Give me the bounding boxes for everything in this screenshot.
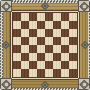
board-square[interactable] [61, 61, 69, 69]
chessboard-photo [0, 0, 90, 90]
board-square[interactable] [21, 69, 29, 77]
board-square[interactable] [61, 13, 69, 21]
board-square[interactable] [29, 21, 37, 29]
board-square[interactable] [61, 29, 69, 37]
board-square[interactable] [29, 45, 37, 53]
board-square[interactable] [45, 69, 53, 77]
board-square[interactable] [29, 61, 37, 69]
board-square[interactable] [21, 45, 29, 53]
board-square[interactable] [37, 61, 45, 69]
board-square[interactable] [13, 45, 21, 53]
edge-diamond-ornament-icon [41, 81, 49, 89]
board-square[interactable] [45, 45, 53, 53]
board-square[interactable] [37, 21, 45, 29]
board-square[interactable] [69, 13, 77, 21]
board-square[interactable] [13, 53, 21, 61]
board-square[interactable] [37, 69, 45, 77]
board-square[interactable] [53, 13, 61, 21]
board-square[interactable] [69, 21, 77, 29]
board-square[interactable] [37, 53, 45, 61]
edge-diamond-ornament-icon [81, 41, 89, 49]
board-square[interactable] [29, 69, 37, 77]
board-square[interactable] [53, 53, 61, 61]
board-square[interactable] [69, 53, 77, 61]
board-square[interactable] [69, 37, 77, 45]
board-square[interactable] [21, 61, 29, 69]
board-square[interactable] [53, 29, 61, 37]
board-square[interactable] [61, 53, 69, 61]
board-square[interactable] [37, 45, 45, 53]
edge-diamond-ornament-icon [2, 41, 10, 49]
board-square[interactable] [21, 21, 29, 29]
board-square[interactable] [53, 45, 61, 53]
board-square[interactable] [21, 13, 29, 21]
board-square[interactable] [45, 13, 53, 21]
board-square[interactable] [69, 69, 77, 77]
board-square[interactable] [29, 37, 37, 45]
board-square[interactable] [53, 21, 61, 29]
board-square[interactable] [37, 13, 45, 21]
board-square[interactable] [13, 37, 21, 45]
board-square[interactable] [61, 45, 69, 53]
board-square[interactable] [45, 61, 53, 69]
board-square[interactable] [61, 21, 69, 29]
board-square[interactable] [69, 29, 77, 37]
board-square[interactable] [69, 61, 77, 69]
board-square[interactable] [45, 37, 53, 45]
board-square[interactable] [69, 45, 77, 53]
board-square[interactable] [37, 29, 45, 37]
board-square[interactable] [13, 69, 21, 77]
corner-mosaic-medallion-icon [0, 78, 12, 90]
board-square[interactable] [45, 29, 53, 37]
board-square[interactable] [21, 37, 29, 45]
board-square[interactable] [21, 53, 29, 61]
board-square[interactable] [61, 69, 69, 77]
board-square[interactable] [53, 61, 61, 69]
board-square[interactable] [13, 29, 21, 37]
board-square[interactable] [21, 29, 29, 37]
board-square[interactable] [45, 21, 53, 29]
corner-mosaic-medallion-icon [78, 78, 90, 90]
board-square[interactable] [13, 13, 21, 21]
board-square[interactable] [45, 53, 53, 61]
chess-board [13, 13, 77, 77]
board-square[interactable] [61, 37, 69, 45]
board-square[interactable] [37, 37, 45, 45]
board-square[interactable] [53, 69, 61, 77]
board-square[interactable] [53, 37, 61, 45]
corner-mosaic-medallion-icon [78, 0, 90, 12]
edge-diamond-ornament-icon [41, 2, 49, 10]
board-square[interactable] [29, 53, 37, 61]
board-square[interactable] [13, 21, 21, 29]
board-square[interactable] [29, 13, 37, 21]
board-square[interactable] [13, 61, 21, 69]
corner-mosaic-medallion-icon [0, 0, 12, 12]
board-square[interactable] [29, 29, 37, 37]
